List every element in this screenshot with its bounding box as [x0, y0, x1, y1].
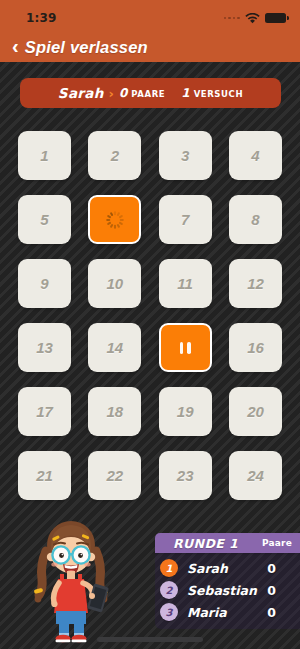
app-screen: 1:39 ‹ Spiel verlassen Sarah › 0 PAARE 1… — [0, 0, 300, 649]
card-16[interactable]: 16 — [229, 323, 282, 372]
card-number: 5 — [40, 211, 48, 228]
card-1[interactable]: 1 — [18, 131, 71, 180]
card-number: 16 — [247, 339, 264, 356]
card-number: 2 — [111, 147, 119, 164]
card-number: 1 — [40, 147, 48, 164]
card-number: 14 — [106, 339, 123, 356]
player-name: Maria — [187, 605, 227, 620]
card-23[interactable]: 23 — [159, 451, 212, 500]
card-20[interactable]: 20 — [229, 387, 282, 436]
status-icons — [224, 13, 286, 24]
score-row-sarah: 1Sarah0 — [155, 557, 300, 579]
card-number: 17 — [36, 403, 53, 420]
card-number: 11 — [177, 275, 193, 292]
player-name: Sebastian — [187, 583, 257, 598]
card-number: 7 — [181, 211, 189, 228]
card-15[interactable] — [159, 323, 212, 372]
card-number: 18 — [106, 403, 123, 420]
card-number: 4 — [251, 147, 259, 164]
card-11[interactable]: 11 — [159, 259, 212, 308]
card-number: 22 — [106, 467, 123, 484]
player-score: 0 — [267, 583, 300, 598]
card-number: 23 — [177, 467, 194, 484]
pause-icon — [180, 342, 191, 354]
card-17[interactable]: 17 — [18, 387, 71, 436]
scoreboard-rows: 1Sarah02Sebastian03Maria0 — [155, 553, 300, 629]
round-title: RUNDE 1 — [173, 536, 238, 551]
status-bar: 1:39 — [0, 0, 300, 32]
card-number: 20 — [247, 403, 264, 420]
card-number: 3 — [181, 147, 189, 164]
score-row-maria: 3Maria0 — [155, 601, 300, 623]
scoreboard: RUNDE 1 Paare 1Sarah02Sebastian03Maria0 — [155, 533, 300, 629]
card-number: 19 — [177, 403, 194, 420]
rank-badge: 1 — [160, 559, 178, 577]
card-8[interactable]: 8 — [229, 195, 282, 244]
back-button[interactable]: ‹ Spiel verlassen — [0, 37, 148, 57]
tries-count: 1 — [181, 86, 189, 100]
card-12[interactable]: 12 — [229, 259, 282, 308]
back-label: Spiel verlassen — [25, 38, 148, 57]
card-7[interactable]: 7 — [159, 195, 212, 244]
back-chevron-icon: ‹ — [12, 36, 19, 56]
card-13[interactable]: 13 — [18, 323, 71, 372]
card-18[interactable]: 18 — [88, 387, 141, 436]
wifi-icon — [245, 13, 260, 24]
nav-bar: ‹ Spiel verlassen — [0, 33, 148, 61]
player-name: Sarah — [187, 561, 228, 576]
pairs-label: PAARE — [131, 88, 165, 99]
card-number: 10 — [106, 275, 123, 292]
player-score: 0 — [267, 561, 300, 576]
current-player-name: Sarah — [58, 85, 104, 101]
card-19[interactable]: 19 — [159, 387, 212, 436]
score-row-sebastian: 2Sebastian0 — [155, 579, 300, 601]
turn-banner: Sarah › 0 PAARE 1 VERSUCH — [20, 78, 281, 108]
tries-label: VERSUCH — [194, 88, 244, 99]
card-9[interactable]: 9 — [18, 259, 71, 308]
battery-icon — [265, 13, 286, 24]
rank-badge: 3 — [160, 603, 178, 621]
card-3[interactable]: 3 — [159, 131, 212, 180]
card-6[interactable] — [88, 195, 141, 244]
status-time: 1:39 — [26, 11, 57, 25]
chevron-right-icon: › — [109, 86, 114, 101]
card-number: 9 — [40, 275, 48, 292]
pairs-column-label: Paare — [262, 538, 292, 548]
card-2[interactable]: 2 — [88, 131, 141, 180]
card-4[interactable]: 4 — [229, 131, 282, 180]
home-indicator[interactable] — [97, 637, 203, 642]
card-number: 12 — [247, 275, 264, 292]
card-number: 24 — [247, 467, 264, 484]
player-character-illustration — [22, 517, 120, 649]
rank-badge: 2 — [160, 581, 178, 599]
card-5[interactable]: 5 — [18, 195, 71, 244]
cartoon-girl-icon — [22, 517, 120, 647]
card-number: 13 — [36, 339, 53, 356]
card-14[interactable]: 14 — [88, 323, 141, 372]
card-21[interactable]: 21 — [18, 451, 71, 500]
card-22[interactable]: 22 — [88, 451, 141, 500]
card-number: 21 — [36, 467, 53, 484]
cellular-signal-icon — [224, 17, 240, 20]
card-24[interactable]: 24 — [229, 451, 282, 500]
card-grid: 123457891011121314161718192021222324 — [18, 131, 282, 500]
card-number: 8 — [251, 211, 259, 228]
scoreboard-header: RUNDE 1 Paare — [155, 533, 300, 553]
loading-spinner-icon — [104, 209, 126, 231]
card-10[interactable]: 10 — [88, 259, 141, 308]
player-score: 0 — [267, 605, 300, 620]
pairs-count: 0 — [119, 86, 127, 100]
